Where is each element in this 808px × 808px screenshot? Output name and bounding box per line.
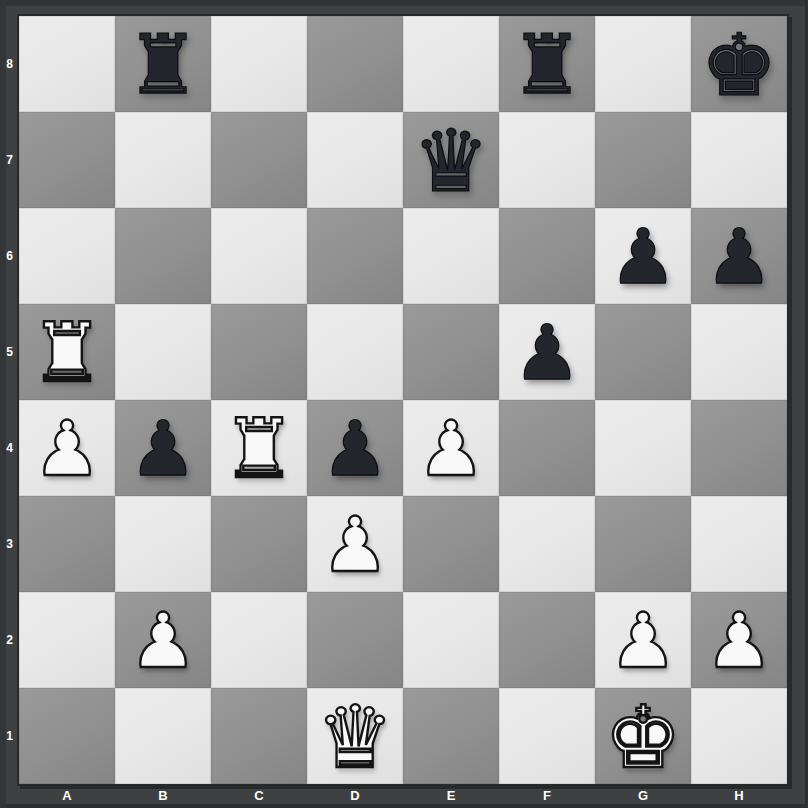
square-d6[interactable]: [307, 208, 403, 304]
square-d2[interactable]: [307, 592, 403, 688]
square-b3[interactable]: [115, 496, 211, 592]
black-rook[interactable]: ♜: [126, 24, 200, 106]
square-b7[interactable]: [115, 112, 211, 208]
rank-label-2: 2: [0, 592, 19, 688]
white-queen[interactable]: ♛: [316, 694, 393, 780]
square-d3[interactable]: ♟: [307, 496, 403, 592]
square-e2[interactable]: [403, 592, 499, 688]
file-label-c: C: [211, 785, 307, 805]
square-f6[interactable]: [499, 208, 595, 304]
square-f3[interactable]: [499, 496, 595, 592]
white-rook[interactable]: ♜: [30, 312, 104, 394]
square-d5[interactable]: [307, 304, 403, 400]
white-pawn[interactable]: ♟: [33, 411, 101, 487]
square-c5[interactable]: [211, 304, 307, 400]
square-f5[interactable]: ♟: [499, 304, 595, 400]
file-label-d: D: [307, 785, 403, 805]
square-h5[interactable]: [691, 304, 787, 400]
square-g2[interactable]: ♟: [595, 592, 691, 688]
square-e7[interactable]: ♛: [403, 112, 499, 208]
white-pawn[interactable]: ♟: [609, 603, 677, 679]
square-c3[interactable]: [211, 496, 307, 592]
board-frame: 87654321 ♜♜♚♛♟♟♜♟♟♟♜♟♟♟♟♟♟♛♚ ABCDEFGH: [0, 0, 808, 808]
square-a8[interactable]: [19, 16, 115, 112]
black-rook[interactable]: ♜: [510, 24, 584, 106]
black-pawn[interactable]: ♟: [609, 219, 677, 295]
square-g6[interactable]: ♟: [595, 208, 691, 304]
square-d8[interactable]: [307, 16, 403, 112]
square-e3[interactable]: [403, 496, 499, 592]
square-b1[interactable]: [115, 688, 211, 784]
black-king[interactable]: ♚: [700, 22, 777, 108]
square-h6[interactable]: ♟: [691, 208, 787, 304]
square-b6[interactable]: [115, 208, 211, 304]
square-c7[interactable]: [211, 112, 307, 208]
rank-label-3: 3: [0, 496, 19, 592]
square-a6[interactable]: [19, 208, 115, 304]
square-a5[interactable]: ♜: [19, 304, 115, 400]
square-c6[interactable]: [211, 208, 307, 304]
square-h7[interactable]: [691, 112, 787, 208]
square-d7[interactable]: [307, 112, 403, 208]
white-pawn[interactable]: ♟: [705, 603, 773, 679]
square-e5[interactable]: [403, 304, 499, 400]
file-label-h: H: [691, 785, 787, 805]
square-b2[interactable]: ♟: [115, 592, 211, 688]
square-h3[interactable]: [691, 496, 787, 592]
square-g1[interactable]: ♚: [595, 688, 691, 784]
square-f7[interactable]: [499, 112, 595, 208]
square-e6[interactable]: [403, 208, 499, 304]
file-labels: ABCDEFGH: [19, 785, 787, 805]
rank-label-5: 5: [0, 304, 19, 400]
black-pawn[interactable]: ♟: [321, 411, 389, 487]
square-d1[interactable]: ♛: [307, 688, 403, 784]
square-a4[interactable]: ♟: [19, 400, 115, 496]
file-label-a: A: [19, 785, 115, 805]
square-f4[interactable]: [499, 400, 595, 496]
square-g3[interactable]: [595, 496, 691, 592]
square-g7[interactable]: [595, 112, 691, 208]
square-h8[interactable]: ♚: [691, 16, 787, 112]
black-pawn[interactable]: ♟: [513, 315, 581, 391]
file-label-f: F: [499, 785, 595, 805]
square-f2[interactable]: [499, 592, 595, 688]
file-label-g: G: [595, 785, 691, 805]
square-h1[interactable]: [691, 688, 787, 784]
square-h2[interactable]: ♟: [691, 592, 787, 688]
square-b8[interactable]: ♜: [115, 16, 211, 112]
rank-labels: 87654321: [0, 16, 19, 784]
square-c8[interactable]: [211, 16, 307, 112]
black-queen[interactable]: ♛: [412, 118, 489, 204]
file-label-e: E: [403, 785, 499, 805]
rank-label-8: 8: [0, 16, 19, 112]
square-g5[interactable]: [595, 304, 691, 400]
black-pawn[interactable]: ♟: [705, 219, 773, 295]
square-b5[interactable]: [115, 304, 211, 400]
square-f8[interactable]: ♜: [499, 16, 595, 112]
rank-label-4: 4: [0, 400, 19, 496]
square-g8[interactable]: [595, 16, 691, 112]
square-e8[interactable]: [403, 16, 499, 112]
square-f1[interactable]: [499, 688, 595, 784]
file-label-b: B: [115, 785, 211, 805]
chess-board[interactable]: ♜♜♚♛♟♟♜♟♟♟♜♟♟♟♟♟♟♛♚: [19, 16, 787, 784]
square-c2[interactable]: [211, 592, 307, 688]
white-king[interactable]: ♚: [604, 694, 681, 780]
black-pawn[interactable]: ♟: [129, 411, 197, 487]
square-d4[interactable]: ♟: [307, 400, 403, 496]
square-a3[interactable]: [19, 496, 115, 592]
square-e4[interactable]: ♟: [403, 400, 499, 496]
square-h4[interactable]: [691, 400, 787, 496]
rank-label-6: 6: [0, 208, 19, 304]
rank-label-1: 1: [0, 688, 19, 784]
square-a1[interactable]: [19, 688, 115, 784]
square-g4[interactable]: [595, 400, 691, 496]
square-a2[interactable]: [19, 592, 115, 688]
white-pawn[interactable]: ♟: [129, 603, 197, 679]
square-c4[interactable]: ♜: [211, 400, 307, 496]
white-pawn[interactable]: ♟: [321, 507, 389, 583]
square-b4[interactable]: ♟: [115, 400, 211, 496]
white-pawn[interactable]: ♟: [417, 411, 485, 487]
square-a7[interactable]: [19, 112, 115, 208]
square-e1[interactable]: [403, 688, 499, 784]
rank-label-7: 7: [0, 112, 19, 208]
white-rook[interactable]: ♜: [222, 408, 296, 490]
square-c1[interactable]: [211, 688, 307, 784]
